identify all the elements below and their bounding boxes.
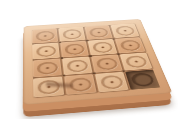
- puzzle-grid: [32, 23, 160, 97]
- puzzle-tile[interactable]: [91, 55, 123, 73]
- puzzle-tile[interactable]: [58, 27, 85, 42]
- puzzle-tile[interactable]: [32, 43, 60, 60]
- peg-dot: [89, 55, 92, 57]
- puzzle-tile[interactable]: [85, 25, 113, 40]
- puzzle-tile[interactable]: [32, 28, 58, 43]
- puzzle-tile[interactable]: [120, 53, 153, 71]
- puzzle-tile[interactable]: [33, 76, 64, 97]
- puzzle-tile[interactable]: [88, 39, 118, 55]
- peg-dot: [92, 72, 95, 74]
- puzzle-tile[interactable]: [62, 57, 92, 75]
- peg-dot: [112, 38, 115, 39]
- empty-slot: [125, 70, 160, 90]
- puzzle-tile[interactable]: [33, 59, 62, 78]
- puzzle-tile[interactable]: [60, 41, 89, 57]
- peg-dot: [58, 42, 61, 43]
- puzzle-tile[interactable]: [110, 23, 139, 37]
- peg-dot: [117, 53, 120, 55]
- board-frame: [23, 19, 172, 105]
- puzzle-board: [23, 19, 172, 105]
- peg-dot: [60, 57, 63, 59]
- puzzle-tile[interactable]: [95, 72, 129, 92]
- peg-dot: [62, 74, 65, 76]
- product-photo-scene: [0, 0, 178, 119]
- peg-dot: [85, 40, 88, 41]
- peg-dot: [122, 70, 125, 72]
- puzzle-tile[interactable]: [115, 37, 146, 53]
